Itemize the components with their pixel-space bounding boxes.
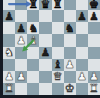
piece-black-king-h8[interactable]: ♚ — [89, 0, 99, 9]
piece-black-queen-d8[interactable]: ♛ — [41, 0, 51, 9]
square-b4[interactable] — [15, 47, 27, 59]
piece-black-knight-f6[interactable]: ♞ — [65, 22, 75, 33]
square-d4[interactable]: ♟ — [39, 47, 51, 59]
square-c4[interactable] — [27, 47, 39, 59]
square-f8[interactable] — [64, 0, 76, 10]
square-a1[interactable]: ♜ — [3, 83, 15, 95]
square-d8[interactable]: ♛ — [39, 0, 51, 10]
chess-board: ♜♛♜♚♟♟♟♟♞♞♟♝♞♟♝♟♟♟♛♟♟♜♚♜ — [3, 0, 100, 95]
square-b2[interactable]: ♟ — [15, 71, 27, 83]
piece-black-rook-c8[interactable]: ♜ — [28, 0, 38, 9]
piece-black-pawn-b6[interactable]: ♟ — [16, 22, 26, 33]
piece-white-queen-e2[interactable]: ♛ — [53, 71, 63, 82]
square-c3[interactable] — [27, 59, 39, 71]
square-f1[interactable]: ♚ — [64, 83, 76, 95]
square-h5[interactable] — [88, 34, 100, 46]
square-e2[interactable]: ♛ — [52, 71, 64, 83]
square-e7[interactable] — [52, 10, 64, 22]
piece-white-pawn-h2[interactable]: ♟ — [89, 71, 99, 82]
square-g5[interactable] — [76, 34, 88, 46]
piece-black-rook-e8[interactable]: ♜ — [53, 0, 63, 9]
square-b5[interactable]: ♟ — [15, 34, 27, 46]
piece-black-bishop-e3[interactable]: ♝ — [53, 59, 63, 70]
square-c5[interactable]: ♝ — [27, 34, 39, 46]
square-a6[interactable] — [3, 22, 15, 34]
piece-white-rook-h1[interactable]: ♜ — [89, 83, 99, 94]
square-g1[interactable] — [76, 83, 88, 95]
piece-white-pawn-b5[interactable]: ♟ — [16, 34, 26, 45]
square-h4[interactable] — [88, 47, 100, 59]
square-d2[interactable] — [39, 71, 51, 83]
square-d3[interactable] — [39, 59, 51, 71]
square-g6[interactable] — [76, 22, 88, 34]
square-c2[interactable] — [27, 71, 39, 83]
piece-black-knight-c6[interactable]: ♞ — [28, 22, 38, 33]
piece-white-king-f1[interactable]: ♚ — [65, 83, 75, 94]
square-f5[interactable] — [64, 34, 76, 46]
square-g2[interactable]: ♟ — [76, 71, 88, 83]
square-h7[interactable]: ♟ — [88, 10, 100, 22]
piece-white-bishop-c5[interactable]: ♝ — [28, 34, 38, 45]
square-g4[interactable] — [76, 47, 88, 59]
square-c8[interactable]: ♜ — [27, 0, 39, 10]
piece-white-knight-a4[interactable]: ♞ — [4, 47, 14, 58]
square-a7[interactable]: ♟ — [3, 10, 15, 22]
piece-white-pawn-g2[interactable]: ♟ — [77, 71, 87, 82]
square-e6[interactable] — [52, 22, 64, 34]
square-a4[interactable]: ♞ — [3, 47, 15, 59]
piece-black-pawn-a7[interactable]: ♟ — [4, 10, 14, 21]
square-f6[interactable]: ♞ — [64, 22, 76, 34]
square-h6[interactable] — [88, 22, 100, 34]
square-e5[interactable] — [52, 34, 64, 46]
square-d6[interactable] — [39, 22, 51, 34]
chess-app-window: ♜♛♜♚♟♟♟♟♞♞♟♝♞♟♝♟♟♟♛♟♟♜♚♜ — [0, 0, 100, 98]
square-f3[interactable]: ♟ — [64, 59, 76, 71]
piece-white-rook-a1[interactable]: ♜ — [4, 83, 14, 94]
piece-black-pawn-g7[interactable]: ♟ — [77, 10, 87, 21]
square-e1[interactable] — [52, 83, 64, 95]
piece-white-pawn-b2[interactable]: ♟ — [16, 71, 26, 82]
square-d7[interactable] — [39, 10, 51, 22]
square-e8[interactable]: ♜ — [52, 0, 64, 10]
piece-black-pawn-h7[interactable]: ♟ — [89, 10, 99, 21]
square-b1[interactable] — [15, 83, 27, 95]
piece-white-pawn-a2[interactable]: ♟ — [4, 71, 14, 82]
square-h1[interactable]: ♜ — [88, 83, 100, 95]
square-b8[interactable] — [15, 0, 27, 10]
square-c1[interactable] — [27, 83, 39, 95]
square-g7[interactable]: ♟ — [76, 10, 88, 22]
square-d1[interactable] — [39, 83, 51, 95]
piece-white-pawn-f3[interactable]: ♟ — [65, 59, 75, 70]
piece-black-pawn-d4[interactable]: ♟ — [41, 47, 51, 58]
